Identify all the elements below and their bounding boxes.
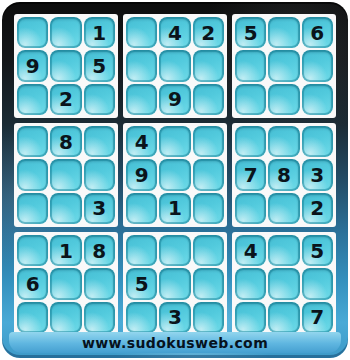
cell-r1c1[interactable] bbox=[17, 17, 48, 48]
cell-r4c2[interactable]: 8 bbox=[50, 126, 81, 157]
cell-r5c1[interactable] bbox=[17, 159, 48, 190]
cell-r2c9[interactable] bbox=[302, 50, 333, 81]
cell-r3c9[interactable] bbox=[302, 84, 333, 115]
cell-r2c7[interactable] bbox=[235, 50, 266, 81]
cell-r7c9[interactable]: 5 bbox=[302, 235, 333, 266]
box-4: 83 bbox=[14, 123, 118, 227]
box-1: 1952 bbox=[14, 14, 118, 118]
cell-r7c3[interactable]: 8 bbox=[84, 235, 115, 266]
box-2: 429 bbox=[123, 14, 227, 118]
cell-r6c2[interactable] bbox=[50, 193, 81, 224]
cell-r5c6[interactable] bbox=[193, 159, 224, 190]
board-card: 19524295683491783218653457 www.sudokuswe… bbox=[2, 2, 348, 358]
cell-r3c6[interactable] bbox=[193, 84, 224, 115]
sudoku-board: 19524295683491783218653457 bbox=[14, 14, 336, 336]
box-7: 186 bbox=[14, 232, 118, 336]
cell-r4c7[interactable] bbox=[235, 126, 266, 157]
cell-r4c3[interactable] bbox=[84, 126, 115, 157]
cell-r6c9[interactable]: 2 bbox=[302, 193, 333, 224]
cell-r9c2[interactable] bbox=[50, 302, 81, 333]
cell-r2c3[interactable]: 5 bbox=[84, 50, 115, 81]
cell-r8c2[interactable] bbox=[50, 268, 81, 299]
cell-r7c2[interactable]: 1 bbox=[50, 235, 81, 266]
cell-r9c5[interactable]: 3 bbox=[159, 302, 190, 333]
cell-r5c7[interactable]: 7 bbox=[235, 159, 266, 190]
box-3: 56 bbox=[232, 14, 336, 118]
cell-r8c8[interactable] bbox=[268, 268, 299, 299]
cell-r5c4[interactable]: 9 bbox=[126, 159, 157, 190]
cell-r2c5[interactable] bbox=[159, 50, 190, 81]
cell-r6c4[interactable] bbox=[126, 193, 157, 224]
cell-r7c8[interactable] bbox=[268, 235, 299, 266]
cell-r3c4[interactable] bbox=[126, 84, 157, 115]
cell-r8c6[interactable] bbox=[193, 268, 224, 299]
cell-r7c7[interactable]: 4 bbox=[235, 235, 266, 266]
cell-r7c1[interactable] bbox=[17, 235, 48, 266]
cell-r9c7[interactable] bbox=[235, 302, 266, 333]
cell-r3c3[interactable] bbox=[84, 84, 115, 115]
cell-r5c2[interactable] bbox=[50, 159, 81, 190]
cell-r6c3[interactable]: 3 bbox=[84, 193, 115, 224]
box-8: 53 bbox=[123, 232, 227, 336]
cell-r5c3[interactable] bbox=[84, 159, 115, 190]
cell-r1c5[interactable]: 4 bbox=[159, 17, 190, 48]
cell-r4c8[interactable] bbox=[268, 126, 299, 157]
cell-r1c9[interactable]: 6 bbox=[302, 17, 333, 48]
cell-r9c3[interactable] bbox=[84, 302, 115, 333]
cell-r4c5[interactable] bbox=[159, 126, 190, 157]
cell-r7c5[interactable] bbox=[159, 235, 190, 266]
site-url[interactable]: www.sudokusweb.com bbox=[82, 335, 268, 351]
cell-r4c9[interactable] bbox=[302, 126, 333, 157]
cell-r5c9[interactable]: 3 bbox=[302, 159, 333, 190]
cell-r4c6[interactable] bbox=[193, 126, 224, 157]
cell-r9c4[interactable] bbox=[126, 302, 157, 333]
cell-r9c8[interactable] bbox=[268, 302, 299, 333]
cell-r8c1[interactable]: 6 bbox=[17, 268, 48, 299]
cell-r7c6[interactable] bbox=[193, 235, 224, 266]
cell-r3c7[interactable] bbox=[235, 84, 266, 115]
cell-r1c8[interactable] bbox=[268, 17, 299, 48]
cell-r1c4[interactable] bbox=[126, 17, 157, 48]
cell-r6c6[interactable] bbox=[193, 193, 224, 224]
cell-r5c8[interactable]: 8 bbox=[268, 159, 299, 190]
cell-r6c5[interactable]: 1 bbox=[159, 193, 190, 224]
cell-r4c4[interactable]: 4 bbox=[126, 126, 157, 157]
cell-r6c7[interactable] bbox=[235, 193, 266, 224]
cell-r9c1[interactable] bbox=[17, 302, 48, 333]
cell-r6c8[interactable] bbox=[268, 193, 299, 224]
box-6: 7832 bbox=[232, 123, 336, 227]
footer-band: www.sudokusweb.com bbox=[9, 332, 341, 353]
cell-r3c2[interactable]: 2 bbox=[50, 84, 81, 115]
cell-r1c2[interactable] bbox=[50, 17, 81, 48]
cell-r8c4[interactable]: 5 bbox=[126, 268, 157, 299]
cell-r2c6[interactable] bbox=[193, 50, 224, 81]
cell-r3c5[interactable]: 9 bbox=[159, 84, 190, 115]
cell-r2c2[interactable] bbox=[50, 50, 81, 81]
cell-r8c7[interactable] bbox=[235, 268, 266, 299]
cell-r1c3[interactable]: 1 bbox=[84, 17, 115, 48]
cell-r9c6[interactable] bbox=[193, 302, 224, 333]
cell-r4c1[interactable] bbox=[17, 126, 48, 157]
cell-r2c8[interactable] bbox=[268, 50, 299, 81]
cell-r3c1[interactable] bbox=[17, 84, 48, 115]
cell-r1c6[interactable]: 2 bbox=[193, 17, 224, 48]
cell-r7c4[interactable] bbox=[126, 235, 157, 266]
box-5: 491 bbox=[123, 123, 227, 227]
cell-r2c1[interactable]: 9 bbox=[17, 50, 48, 81]
cell-r9c9[interactable]: 7 bbox=[302, 302, 333, 333]
cell-r8c3[interactable] bbox=[84, 268, 115, 299]
cell-r6c1[interactable] bbox=[17, 193, 48, 224]
box-9: 457 bbox=[232, 232, 336, 336]
cell-r8c9[interactable] bbox=[302, 268, 333, 299]
cell-r5c5[interactable] bbox=[159, 159, 190, 190]
cell-r3c8[interactable] bbox=[268, 84, 299, 115]
cell-r1c7[interactable]: 5 bbox=[235, 17, 266, 48]
cell-r2c4[interactable] bbox=[126, 50, 157, 81]
cell-r8c5[interactable] bbox=[159, 268, 190, 299]
